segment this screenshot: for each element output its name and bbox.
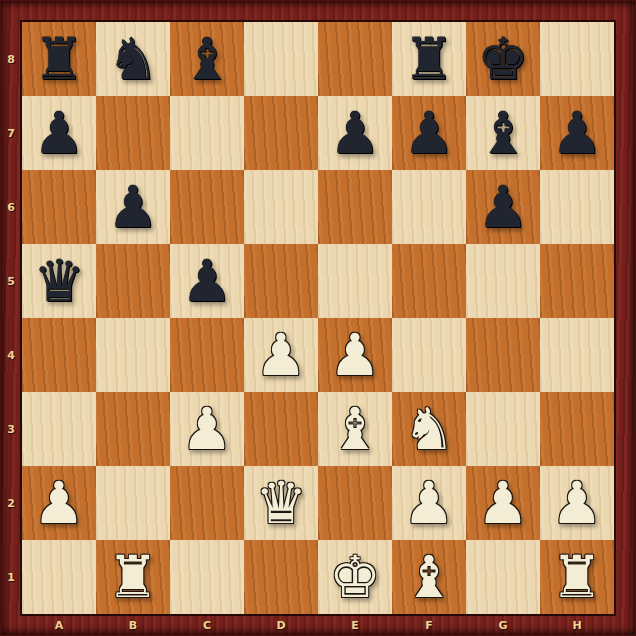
- square-b3[interactable]: [96, 392, 170, 466]
- square-a3[interactable]: [22, 392, 96, 466]
- square-e3[interactable]: ♝: [318, 392, 392, 466]
- square-c7[interactable]: [170, 96, 244, 170]
- square-f1[interactable]: ♝: [392, 540, 466, 614]
- square-c6[interactable]: [170, 170, 244, 244]
- square-g7[interactable]: ♝: [466, 96, 540, 170]
- piece-white-pawn[interactable]: ♟: [255, 318, 307, 392]
- file-label-e: E: [318, 614, 392, 636]
- square-b4[interactable]: [96, 318, 170, 392]
- rank-label-5: 5: [0, 244, 22, 318]
- square-a1[interactable]: [22, 540, 96, 614]
- square-a2[interactable]: ♟: [22, 466, 96, 540]
- rank-labels: 87654321: [0, 22, 22, 614]
- square-g1[interactable]: [466, 540, 540, 614]
- file-labels: ABCDEFGH: [22, 614, 614, 636]
- square-f7[interactable]: ♟: [392, 96, 466, 170]
- piece-white-queen[interactable]: ♛: [255, 466, 307, 540]
- square-h3[interactable]: [540, 392, 614, 466]
- file-label-a: A: [22, 614, 96, 636]
- piece-black-pawn[interactable]: ♟: [477, 170, 529, 244]
- piece-black-rook[interactable]: ♜: [403, 22, 455, 96]
- square-b1[interactable]: ♜: [96, 540, 170, 614]
- piece-white-pawn[interactable]: ♟: [403, 466, 455, 540]
- piece-white-pawn[interactable]: ♟: [33, 466, 85, 540]
- square-e6[interactable]: [318, 170, 392, 244]
- square-g8[interactable]: ♚: [466, 22, 540, 96]
- square-h5[interactable]: [540, 244, 614, 318]
- square-d1[interactable]: [244, 540, 318, 614]
- piece-white-pawn[interactable]: ♟: [477, 466, 529, 540]
- square-c1[interactable]: [170, 540, 244, 614]
- square-e7[interactable]: ♟: [318, 96, 392, 170]
- rank-label-7: 7: [0, 96, 22, 170]
- piece-black-pawn[interactable]: ♟: [181, 244, 233, 318]
- square-g3[interactable]: [466, 392, 540, 466]
- file-label-f: F: [392, 614, 466, 636]
- piece-black-king[interactable]: ♚: [477, 22, 529, 96]
- piece-white-knight[interactable]: ♞: [403, 392, 455, 466]
- piece-black-bishop[interactable]: ♝: [181, 22, 233, 96]
- square-d5[interactable]: [244, 244, 318, 318]
- piece-black-pawn[interactable]: ♟: [329, 96, 381, 170]
- rank-label-4: 4: [0, 318, 22, 392]
- piece-black-rook[interactable]: ♜: [33, 22, 85, 96]
- square-e1[interactable]: ♚: [318, 540, 392, 614]
- square-h4[interactable]: [540, 318, 614, 392]
- square-b6[interactable]: ♟: [96, 170, 170, 244]
- piece-white-pawn[interactable]: ♟: [181, 392, 233, 466]
- square-a7[interactable]: ♟: [22, 96, 96, 170]
- square-a4[interactable]: [22, 318, 96, 392]
- file-label-g: G: [466, 614, 540, 636]
- piece-white-pawn[interactable]: ♟: [329, 318, 381, 392]
- square-e4[interactable]: ♟: [318, 318, 392, 392]
- piece-white-bishop[interactable]: ♝: [329, 392, 381, 466]
- square-b5[interactable]: [96, 244, 170, 318]
- square-d8[interactable]: [244, 22, 318, 96]
- square-c5[interactable]: ♟: [170, 244, 244, 318]
- piece-black-pawn[interactable]: ♟: [551, 96, 603, 170]
- square-c8[interactable]: ♝: [170, 22, 244, 96]
- square-f5[interactable]: [392, 244, 466, 318]
- rank-label-1: 1: [0, 540, 22, 614]
- piece-white-pawn[interactable]: ♟: [551, 466, 603, 540]
- square-g6[interactable]: ♟: [466, 170, 540, 244]
- piece-black-bishop[interactable]: ♝: [477, 96, 529, 170]
- square-d4[interactable]: ♟: [244, 318, 318, 392]
- rank-label-8: 8: [0, 22, 22, 96]
- square-h8[interactable]: [540, 22, 614, 96]
- piece-white-rook[interactable]: ♜: [551, 540, 603, 614]
- chess-board: ♜♞♝♜♚♟♟♟♝♟♟♟♛♟♟♟♟♝♞♟♛♟♟♟♜♚♝♜: [22, 22, 614, 614]
- rank-label-3: 3: [0, 392, 22, 466]
- square-f6[interactable]: [392, 170, 466, 244]
- piece-black-pawn[interactable]: ♟: [33, 96, 85, 170]
- square-b8[interactable]: ♞: [96, 22, 170, 96]
- square-f2[interactable]: ♟: [392, 466, 466, 540]
- square-a5[interactable]: ♛: [22, 244, 96, 318]
- square-d2[interactable]: ♛: [244, 466, 318, 540]
- file-label-c: C: [170, 614, 244, 636]
- square-b7[interactable]: [96, 96, 170, 170]
- square-h6[interactable]: [540, 170, 614, 244]
- rank-label-6: 6: [0, 170, 22, 244]
- square-d3[interactable]: [244, 392, 318, 466]
- square-f4[interactable]: [392, 318, 466, 392]
- piece-white-king[interactable]: ♚: [329, 540, 381, 614]
- square-f3[interactable]: ♞: [392, 392, 466, 466]
- square-a6[interactable]: [22, 170, 96, 244]
- square-f8[interactable]: ♜: [392, 22, 466, 96]
- square-g5[interactable]: [466, 244, 540, 318]
- piece-white-rook[interactable]: ♜: [107, 540, 159, 614]
- square-d6[interactable]: [244, 170, 318, 244]
- square-h1[interactable]: ♜: [540, 540, 614, 614]
- square-c4[interactable]: [170, 318, 244, 392]
- file-label-b: B: [96, 614, 170, 636]
- board-frame: ♜♞♝♜♚♟♟♟♝♟♟♟♛♟♟♟♟♝♞♟♛♟♟♟♜♚♝♜ 87654321 AB…: [0, 0, 636, 636]
- square-c2[interactable]: [170, 466, 244, 540]
- square-h2[interactable]: ♟: [540, 466, 614, 540]
- square-e5[interactable]: [318, 244, 392, 318]
- piece-black-pawn[interactable]: ♟: [403, 96, 455, 170]
- piece-black-pawn[interactable]: ♟: [107, 170, 159, 244]
- file-label-d: D: [244, 614, 318, 636]
- rank-label-2: 2: [0, 466, 22, 540]
- piece-black-knight[interactable]: ♞: [107, 22, 159, 96]
- square-g2[interactable]: ♟: [466, 466, 540, 540]
- square-d7[interactable]: [244, 96, 318, 170]
- square-e2[interactable]: [318, 466, 392, 540]
- piece-black-queen[interactable]: ♛: [33, 244, 85, 318]
- square-b2[interactable]: [96, 466, 170, 540]
- file-label-h: H: [540, 614, 614, 636]
- square-g4[interactable]: [466, 318, 540, 392]
- square-c3[interactable]: ♟: [170, 392, 244, 466]
- piece-white-bishop[interactable]: ♝: [403, 540, 455, 614]
- square-a8[interactable]: ♜: [22, 22, 96, 96]
- square-e8[interactable]: [318, 22, 392, 96]
- square-h7[interactable]: ♟: [540, 96, 614, 170]
